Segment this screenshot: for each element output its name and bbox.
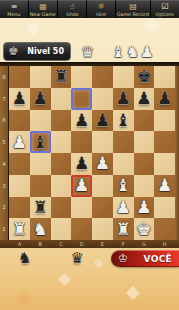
square-h1[interactable] (154, 218, 175, 240)
square-e7[interactable] (92, 88, 113, 110)
rank-label-6: 6 (0, 110, 8, 132)
undo-hand-icon: ☝ (70, 2, 75, 11)
black-rook[interactable]: ♜ (33, 199, 48, 216)
black-pawn[interactable]: ♟ (116, 90, 131, 107)
captured-black-knight: ♞ (18, 248, 31, 268)
square-f8[interactable] (113, 66, 134, 88)
black-king-crown-icon: ♚ (8, 44, 19, 58)
black-pawn[interactable]: ♟ (136, 90, 151, 107)
player-turn-badge: ♔ VOCÊ (111, 250, 179, 267)
options-checkbox-icon: ☑ (161, 2, 168, 11)
square-g1[interactable]: ♚ (134, 218, 155, 240)
square-d7[interactable] (71, 88, 92, 110)
square-a3[interactable] (9, 175, 30, 197)
file-label-b: B (30, 240, 51, 248)
square-c2[interactable] (51, 197, 72, 219)
square-d5[interactable] (71, 131, 92, 153)
opponent-level-badge: ♚ Nivel 50 (3, 42, 71, 61)
square-h3[interactable]: ♟ (154, 175, 175, 197)
toolbar-label-new-game: New Game (30, 11, 56, 17)
black-rook[interactable]: ♜ (53, 68, 68, 85)
hint-lightbulb-icon: ☼ (98, 2, 105, 11)
square-g3[interactable] (134, 175, 155, 197)
rank-label-2: 2 (0, 197, 8, 219)
file-label-f: F (113, 240, 134, 248)
square-c6[interactable] (51, 110, 72, 132)
toolbar-label-menu: Menu (7, 11, 20, 17)
toolbar-label-hint: Hint (96, 11, 106, 17)
chess-board: 87654321 ♜♚♟♟♟♟♟♟♟♝♟♝♟♟♟♝♟♜♟♟♜♞♜♚ ABCDEF… (0, 62, 179, 248)
board-frame-right (175, 66, 179, 240)
file-label-h: H (154, 240, 175, 248)
white-pawn[interactable]: ♟ (136, 199, 151, 216)
black-pawn[interactable]: ♟ (33, 90, 48, 107)
captured-white-queen: ♛ (81, 42, 94, 62)
captured-black-pieces-tray: ♞♛ (18, 248, 85, 268)
diamond-decor (94, 259, 104, 269)
diamond-decor (26, 22, 40, 36)
rank-label-8: 8 (0, 66, 8, 88)
new-game-board-icon: ▦ (39, 2, 47, 11)
file-label-a: A (9, 240, 30, 248)
white-king[interactable]: ♚ (136, 221, 151, 238)
black-bishop[interactable]: ♝ (116, 112, 131, 129)
rank-label-3: 3 (0, 175, 8, 197)
square-c8[interactable]: ♜ (51, 66, 72, 88)
square-d2[interactable] (71, 197, 92, 219)
square-a2[interactable] (9, 197, 30, 219)
square-f5[interactable] (113, 131, 134, 153)
square-b8[interactable] (30, 66, 51, 88)
white-pawn[interactable]: ♟ (116, 199, 131, 216)
square-b1[interactable]: ♞ (30, 218, 51, 240)
diamond-decor (126, 286, 140, 300)
square-e5[interactable] (92, 131, 113, 153)
toolbar-label-options: Options (156, 11, 174, 17)
white-bishop[interactable]: ♝ (116, 177, 131, 194)
toolbar-label-undo: Undo (66, 11, 78, 17)
toolbar-button-options[interactable]: ☑Options (151, 0, 179, 18)
square-f7[interactable]: ♟ (113, 88, 134, 110)
board-grid: ♜♚♟♟♟♟♟♟♟♝♟♝♟♟♟♝♟♜♟♟♜♞♜♚ (9, 66, 175, 240)
square-f3[interactable]: ♝ (113, 175, 134, 197)
black-king[interactable]: ♚ (136, 68, 151, 85)
rank-label-1: 1 (0, 218, 8, 240)
square-e3[interactable] (92, 175, 113, 197)
diamond-decor (58, 273, 71, 286)
captured-white-pawn: ♟ (140, 42, 153, 62)
square-a7[interactable]: ♟ (9, 88, 30, 110)
square-h2[interactable] (154, 197, 175, 219)
square-c4[interactable] (51, 153, 72, 175)
file-label-d: D (71, 240, 92, 248)
toolbar-label-game-record: Game Record (117, 11, 149, 17)
black-pawn[interactable]: ♟ (12, 90, 27, 107)
square-h4[interactable] (154, 153, 175, 175)
square-d3[interactable]: ♟ (71, 175, 92, 197)
square-a1[interactable]: ♜ (9, 218, 30, 240)
white-pawn[interactable]: ♟ (157, 177, 172, 194)
diamond-decor (144, 18, 161, 35)
square-g4[interactable] (134, 153, 155, 175)
captured-white-pieces-tray: ♛♝♞♟ (81, 42, 155, 62)
square-g7[interactable]: ♟ (134, 88, 155, 110)
toolbar-button-hint[interactable]: ☼Hint (87, 0, 116, 18)
captured-white-bishop: ♝ (111, 42, 124, 62)
white-pawn[interactable]: ♟ (74, 177, 89, 194)
white-pawn[interactable]: ♟ (95, 155, 110, 172)
file-label-c: C (51, 240, 72, 248)
file-label-e: E (92, 240, 113, 248)
square-a6[interactable] (9, 110, 30, 132)
square-f2[interactable]: ♟ (113, 197, 134, 219)
square-g6[interactable] (134, 110, 155, 132)
square-c7[interactable] (51, 88, 72, 110)
square-a4[interactable] (9, 153, 30, 175)
toolbar: ≡Menu▦New Game☝Undo☼Hint▤Game Record☑Opt… (0, 0, 179, 18)
chess-app-screen: ≡Menu▦New Game☝Undo☼Hint▤Game Record☑Opt… (0, 0, 179, 310)
captured-white-knight: ♞ (126, 42, 139, 62)
square-c3[interactable] (51, 175, 72, 197)
black-pawn[interactable]: ♟ (74, 155, 89, 172)
square-h6[interactable] (154, 110, 175, 132)
square-g8[interactable]: ♚ (134, 66, 155, 88)
square-h5[interactable] (154, 131, 175, 153)
rank-label-5: 5 (0, 131, 8, 153)
square-b4[interactable] (30, 153, 51, 175)
square-d4[interactable]: ♟ (71, 153, 92, 175)
square-h7[interactable]: ♟ (154, 88, 175, 110)
square-b3[interactable] (30, 175, 51, 197)
square-g2[interactable]: ♟ (134, 197, 155, 219)
square-a8[interactable] (9, 66, 30, 88)
square-b7[interactable]: ♟ (30, 88, 51, 110)
toolbar-button-new-game[interactable]: ▦New Game (29, 0, 58, 18)
square-c5[interactable] (51, 131, 72, 153)
rank-label-7: 7 (0, 88, 8, 110)
square-d1[interactable] (71, 218, 92, 240)
white-king-crown-icon: ♔ (118, 252, 128, 265)
square-b6[interactable] (30, 110, 51, 132)
captured-black-queen: ♛ (70, 248, 83, 268)
hamburger-menu-icon: ≡ (11, 2, 18, 11)
square-e4[interactable]: ♟ (92, 153, 113, 175)
square-f1[interactable]: ♜ (113, 218, 134, 240)
toolbar-button-menu[interactable]: ≡Menu (0, 0, 29, 18)
square-b5[interactable]: ♝ (30, 131, 51, 153)
player-label: VOCÊ (128, 254, 172, 264)
white-pawn[interactable]: ♟ (12, 134, 27, 151)
rank-labels: 87654321 (0, 66, 9, 240)
white-rook[interactable]: ♜ (12, 221, 27, 238)
game-record-document-icon: ▤ (129, 2, 137, 11)
black-bishop[interactable]: ♝ (33, 134, 48, 151)
black-pawn[interactable]: ♟ (74, 112, 89, 129)
rank-label-4: 4 (0, 153, 8, 175)
square-e6[interactable]: ♟ (92, 110, 113, 132)
square-a5[interactable]: ♟ (9, 131, 30, 153)
white-rook[interactable]: ♜ (116, 221, 131, 238)
square-f4[interactable] (113, 153, 134, 175)
file-label-g: G (134, 240, 155, 248)
square-e1[interactable] (92, 218, 113, 240)
square-d8[interactable] (71, 66, 92, 88)
diamond-decor (16, 290, 33, 307)
square-e2[interactable] (92, 197, 113, 219)
opponent-level-label: Nivel 50 (19, 47, 64, 56)
file-labels: ABCDEFGH (0, 240, 179, 248)
square-d6[interactable]: ♟ (71, 110, 92, 132)
square-f6[interactable]: ♝ (113, 110, 134, 132)
square-c1[interactable] (51, 218, 72, 240)
toolbar-button-game-record[interactable]: ▤Game Record (116, 0, 151, 18)
square-g5[interactable] (134, 131, 155, 153)
black-pawn[interactable]: ♟ (95, 112, 110, 129)
black-pawn[interactable]: ♟ (157, 90, 172, 107)
square-e8[interactable] (92, 66, 113, 88)
square-b2[interactable]: ♜ (30, 197, 51, 219)
white-knight[interactable]: ♞ (33, 221, 48, 238)
square-h8[interactable] (154, 66, 175, 88)
toolbar-button-undo[interactable]: ☝Undo (58, 0, 87, 18)
